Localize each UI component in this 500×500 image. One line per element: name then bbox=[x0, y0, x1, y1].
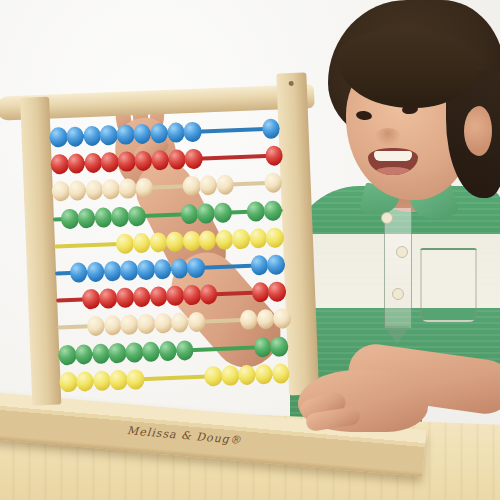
bead-yellow bbox=[166, 231, 184, 252]
bead-natural bbox=[154, 313, 172, 334]
bead-blue bbox=[86, 262, 104, 283]
bead-blue bbox=[70, 262, 88, 283]
bead-yellow bbox=[93, 370, 111, 391]
bead-blue bbox=[167, 122, 185, 143]
bead-yellow bbox=[76, 371, 94, 392]
bead-red bbox=[268, 282, 286, 303]
bead-yellow bbox=[116, 233, 134, 254]
bead-green bbox=[175, 340, 193, 361]
bead-yellow bbox=[271, 363, 289, 384]
bead-natural bbox=[240, 310, 258, 331]
bead-natural bbox=[104, 315, 122, 336]
bead-blue bbox=[187, 258, 205, 279]
bead-blue bbox=[66, 126, 84, 147]
bead-natural bbox=[102, 179, 120, 200]
bead-red bbox=[265, 146, 283, 167]
bead-green bbox=[128, 205, 146, 226]
bead-blue bbox=[133, 124, 151, 145]
bead-red bbox=[168, 149, 186, 170]
bead-yellow bbox=[132, 233, 150, 254]
bead-yellow bbox=[255, 364, 273, 385]
bead-red bbox=[149, 286, 167, 307]
bead-red bbox=[185, 149, 203, 170]
bead-red bbox=[82, 289, 100, 310]
bead-green bbox=[111, 206, 129, 227]
bead-natural bbox=[256, 309, 274, 330]
bead-green bbox=[108, 342, 126, 363]
bead-green bbox=[270, 336, 288, 357]
bead-blue bbox=[49, 127, 67, 148]
scene: Melissa & Doug® bbox=[0, 0, 500, 500]
bead-natural bbox=[264, 173, 282, 194]
bead-red bbox=[200, 284, 218, 305]
bead-green bbox=[58, 344, 76, 365]
bead-red bbox=[84, 153, 102, 174]
bead-blue bbox=[154, 259, 172, 280]
bead-red bbox=[116, 288, 134, 309]
bead-blue bbox=[250, 255, 268, 276]
bead-red bbox=[183, 285, 201, 306]
bead-blue bbox=[267, 254, 285, 275]
bead-natural bbox=[119, 179, 137, 200]
bead-yellow bbox=[126, 369, 144, 390]
bead-blue bbox=[100, 125, 118, 146]
bead-blue bbox=[262, 118, 280, 139]
bead-green bbox=[264, 200, 282, 221]
bead-natural bbox=[135, 178, 153, 199]
bead-natural bbox=[199, 175, 217, 196]
bead-rows bbox=[0, 61, 341, 424]
bead-blue bbox=[116, 124, 134, 145]
bead-red bbox=[151, 150, 169, 171]
bead-green bbox=[94, 207, 112, 228]
bead-green bbox=[180, 203, 198, 224]
bead-natural bbox=[273, 309, 291, 330]
bead-natural bbox=[137, 314, 155, 335]
bead-red bbox=[166, 286, 184, 307]
bead-red bbox=[99, 288, 117, 309]
bead-blue bbox=[83, 126, 101, 147]
bead-red bbox=[134, 151, 152, 172]
bead-natural bbox=[171, 313, 189, 334]
bead-red bbox=[251, 282, 269, 303]
bead-red bbox=[67, 153, 85, 174]
bead-yellow bbox=[215, 229, 233, 250]
bead-green bbox=[247, 201, 265, 222]
bead-red bbox=[50, 154, 68, 175]
bead-red bbox=[101, 152, 119, 173]
bead-green bbox=[214, 202, 232, 223]
bead-natural bbox=[68, 181, 86, 202]
bead-natural bbox=[216, 175, 234, 196]
bead-yellow bbox=[266, 227, 284, 248]
bead-natural bbox=[120, 315, 138, 336]
brand-logo: Melissa & Doug® bbox=[127, 424, 243, 447]
bead-natural bbox=[182, 176, 200, 197]
bead-blue bbox=[170, 258, 188, 279]
bead-red bbox=[117, 151, 135, 172]
bead-yellow bbox=[249, 228, 267, 249]
bead-yellow bbox=[198, 230, 216, 251]
bead-yellow bbox=[204, 366, 222, 387]
bead-green bbox=[159, 340, 177, 361]
abacus-board bbox=[0, 61, 341, 424]
bead-yellow bbox=[221, 365, 239, 386]
bead-natural bbox=[51, 181, 69, 202]
bead-green bbox=[253, 337, 271, 358]
bead-green bbox=[92, 343, 110, 364]
bead-green bbox=[142, 341, 160, 362]
bead-blue bbox=[150, 123, 168, 144]
bead-yellow bbox=[109, 370, 127, 391]
bead-natural bbox=[87, 316, 105, 337]
bead-blue bbox=[183, 122, 201, 143]
bead-blue bbox=[120, 260, 138, 281]
bead-green bbox=[75, 344, 93, 365]
bead-green bbox=[77, 208, 95, 229]
bead-yellow bbox=[149, 232, 167, 253]
bead-blue bbox=[103, 261, 121, 282]
bead-green bbox=[197, 203, 215, 224]
bead-yellow bbox=[232, 229, 250, 250]
bead-green bbox=[125, 342, 143, 363]
bead-yellow bbox=[238, 364, 256, 385]
bead-red bbox=[133, 287, 151, 308]
bead-blue bbox=[137, 260, 155, 281]
bead-natural bbox=[187, 312, 205, 333]
bead-green bbox=[61, 208, 79, 229]
bead-yellow bbox=[59, 372, 77, 393]
bead-natural bbox=[85, 180, 103, 201]
